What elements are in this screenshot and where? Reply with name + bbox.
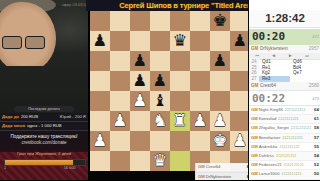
square-c7[interactable] (130, 31, 150, 51)
move-number: 27 (249, 76, 259, 82)
white-pawn-h2: ♟ (230, 131, 250, 151)
black-pawn-c6: ♟ (130, 51, 150, 71)
black-queen-e7: ♛ (170, 31, 190, 51)
white-pawn-a2: ♟ (90, 131, 110, 151)
standings-results: 1221121211 (279, 172, 301, 176)
black-clock-aux: 472 (312, 29, 319, 45)
donation-progress-bar (4, 159, 86, 166)
standings-score: 50 (314, 170, 320, 178)
square-a2[interactable]: ♟ (90, 131, 110, 151)
standings-player-name: Zhigalko_Sergei (259, 125, 289, 130)
square-d5[interactable]: ♟ (150, 71, 170, 91)
square-g4[interactable] (210, 91, 230, 111)
white-knight-d3: ♞ (150, 111, 170, 131)
glasses-right-lens (25, 36, 45, 49)
square-d2[interactable] (150, 131, 170, 151)
square-e6[interactable] (170, 51, 190, 71)
move-cell[interactable] (290, 76, 320, 82)
white-rook-e3: ♜ (170, 111, 190, 131)
square-e4[interactable] (170, 91, 190, 111)
square-e2[interactable] (170, 131, 190, 151)
standings-results: 2112121121 (282, 163, 304, 167)
standings-results: 2122121221 (276, 117, 299, 121)
white-clock: 00:22 473 (249, 90, 320, 106)
square-g3[interactable]: ♟ (210, 111, 230, 131)
square-c8[interactable] (130, 11, 150, 31)
square-c4[interactable]: ♟ (130, 91, 150, 111)
square-c2[interactable] (130, 131, 150, 151)
standings-results: 2121121212 (274, 154, 297, 158)
square-b5[interactable] (110, 71, 130, 91)
square-d8[interactable] (150, 11, 170, 31)
gm-badge: GM (249, 46, 260, 51)
standings-row[interactable]: GMKonevlad212212122161 (249, 115, 320, 124)
white-pawn-b3: ♟ (110, 111, 130, 131)
black-pawn-h7: ♟ (230, 31, 250, 51)
square-h8[interactable] (230, 11, 250, 31)
black-pawn-a7: ♟ (90, 31, 110, 51)
black-bishop-d4: ♝ (150, 91, 170, 111)
square-a1[interactable] (90, 151, 110, 171)
square-b8[interactable] (110, 11, 130, 31)
glasses (2, 36, 46, 47)
gm-badge: GM (249, 107, 259, 112)
black-clock: 00:20 472 (249, 29, 320, 45)
square-a5[interactable] (90, 71, 110, 91)
donation-1-label: Дядя ди (0, 114, 21, 119)
square-g8[interactable]: ♚ (210, 11, 230, 31)
square-c3[interactable] (130, 111, 150, 131)
gm-badge: GM (249, 83, 260, 88)
square-b2[interactable] (110, 131, 130, 151)
square-b1[interactable] (110, 151, 130, 171)
support-donate-link[interactable]: crestbook.com/donate (0, 140, 88, 146)
square-a4[interactable] (90, 91, 110, 111)
square-a3[interactable] (90, 111, 110, 131)
score-row-white: GMCrest64 8 (196, 163, 251, 173)
standings-score: 57 (314, 134, 320, 142)
webcam-timestamp: эфир 03.03.56 (46, 2, 88, 7)
white-clock-aux: 473 (312, 91, 319, 107)
donation-progress-fill (5, 160, 73, 165)
gm-badge: GM (196, 174, 206, 179)
standings-score: 61 (314, 115, 320, 123)
square-f3[interactable]: ♟ (190, 111, 210, 131)
move-row: 27Re3 (249, 76, 320, 82)
white-pawn-c4: ♟ (130, 91, 150, 111)
square-b6[interactable] (110, 51, 130, 71)
standings-score: 49 (314, 180, 320, 181)
square-d3[interactable]: ♞ (150, 111, 170, 131)
black-pawn-g6: ♟ (210, 51, 230, 71)
standings-results: 2121212211 (280, 136, 303, 140)
square-c5[interactable]: ♟ (130, 71, 150, 91)
progress-max-label: 56 000 (64, 166, 76, 170)
lichess-side-panel: 1:28:42 00:20 472 GMDrNykterstein 2957 ⏮… (248, 0, 320, 180)
square-a8[interactable] (90, 11, 110, 31)
standings-row[interactable]: GMBenefactorr212121221157 (249, 134, 320, 143)
standings-row[interactable]: GMFedoseev21211212112152 (249, 161, 320, 170)
standings-results: 2211221122 (289, 126, 311, 130)
black-player-name: DrNykterstein (260, 46, 288, 51)
stream-elapsed-time: 1:28:42 (249, 10, 320, 28)
standings-player-name: Konevlad (259, 116, 276, 121)
white-player-name: Crest64 (260, 83, 276, 88)
square-d1[interactable]: ♛ (150, 151, 170, 171)
square-d6[interactable] (150, 51, 170, 71)
player-name: DrNykterstein (206, 174, 231, 179)
black-king-g8: ♚ (210, 11, 230, 31)
standings-score: 55 (314, 143, 320, 151)
black-pawn-d5: ♟ (150, 71, 170, 91)
white-queen-d1: ♛ (150, 151, 170, 171)
square-h4[interactable] (230, 91, 250, 111)
standings-row[interactable]: GMDuhless212112121254 (249, 152, 320, 161)
standings-row[interactable]: GMAndreikka211221212155 (249, 143, 320, 152)
white-king-g2: ♚ (210, 131, 230, 151)
square-h7[interactable]: ♟ (230, 31, 250, 51)
square-f6[interactable] (190, 51, 210, 71)
square-g2[interactable]: ♚ (210, 131, 230, 151)
donation-1-right: Юрий - 200 R (60, 113, 88, 121)
square-f8[interactable] (190, 11, 210, 31)
match-score-overlay: GMCrest64 8 GMDrNykterstein 8 (195, 163, 251, 180)
player-name: Crest64 (206, 164, 221, 169)
square-g6[interactable]: ♟ (210, 51, 230, 71)
white-pawn-f3: ♟ (190, 111, 210, 131)
square-g7[interactable] (210, 31, 230, 51)
standings-score: 58 (314, 124, 320, 132)
square-f7[interactable] (190, 31, 210, 51)
square-h3[interactable] (230, 111, 250, 131)
standings-row[interactable]: GMLance5500122112121150 (249, 170, 320, 179)
standings-player-name: Benefactorr (259, 135, 281, 140)
gm-badge: GM (249, 144, 259, 149)
standings-score: 64 (314, 106, 320, 114)
move-list[interactable]: 24Qd1Qd625Re1Bd426Kg2Qe727Re3 (249, 59, 320, 82)
square-e3[interactable]: ♜ (170, 111, 190, 131)
standings-player-name: Duhless (259, 153, 274, 158)
white-player-rating: 2580 (309, 82, 320, 90)
square-d7[interactable] (150, 31, 170, 51)
square-e1[interactable] (170, 151, 190, 171)
square-b4[interactable] (110, 91, 130, 111)
gm-badge: GM (249, 171, 259, 176)
standings-results: 2221122212 (283, 108, 306, 112)
white-pawn-g3: ♟ (210, 111, 230, 131)
standings-player-name: Lance5500 (259, 171, 280, 176)
square-f5[interactable] (190, 71, 210, 91)
progress-min-label: 1 (4, 166, 6, 170)
campaign-line: Гран при Жеронимо, 6 дней (0, 151, 88, 156)
standings-row[interactable]: GMSanan_Sjugirov211121211249 (249, 180, 320, 181)
donation-2-text: курск - 1 000 RUB (27, 123, 61, 128)
donation-2-label: Дядя миша (0, 123, 27, 128)
donation-1-text: 200 RUB (21, 114, 38, 119)
square-e7[interactable]: ♛ (170, 31, 190, 51)
gm-badge: GM (249, 153, 259, 158)
gm-badge: GM (249, 116, 259, 121)
standings-player-name: Andreikka (259, 144, 278, 149)
standings-score: 54 (314, 152, 320, 160)
standings-results: 2112212121 (277, 145, 300, 149)
donation-row-2: Дядя мишакурск - 1 000 RUB (0, 122, 88, 131)
square-h5[interactable] (230, 71, 250, 91)
standings-row[interactable]: GMNight-King96222112221264 (249, 106, 320, 115)
black-player-rating: 2957 (309, 45, 320, 53)
gm-badge: GM (249, 135, 259, 140)
square-e8[interactable] (170, 11, 190, 31)
square-a7[interactable]: ♟ (90, 31, 110, 51)
tournament-standings[interactable]: GMNight-King96222112221264GMKonevlad2122… (249, 106, 320, 180)
square-a6[interactable] (90, 51, 110, 71)
gm-badge: GM (249, 162, 259, 167)
standings-player-name: Night-King96 (259, 107, 283, 112)
square-h2[interactable]: ♟ (230, 131, 250, 151)
donations-pill: Последние донаты (14, 106, 74, 112)
standings-player-name: Fedoseev21 (259, 162, 282, 167)
support-banner: Поддержите нашу трансляцию! crestbook.co… (0, 131, 88, 152)
square-c1[interactable] (130, 151, 150, 171)
stream-frame: эфир 03.03.56 Последние донаты Дядя ди20… (0, 0, 320, 180)
gm-badge: GM (196, 164, 206, 169)
square-e5[interactable] (170, 71, 190, 91)
square-d4[interactable]: ♝ (150, 91, 170, 111)
glasses-left-lens (2, 36, 22, 49)
standings-score: 52 (314, 161, 320, 169)
move-cell[interactable]: Re3 (259, 76, 290, 82)
chess-board[interactable]: ♚♟♛♟♟♟♟♟♟♝♟♞♜♟♟♟♚♟♛ (90, 11, 250, 171)
black-pawn-c5: ♟ (130, 71, 150, 91)
webcam-feed: эфир 03.03.56 Последние донаты Дядя ди20… (0, 0, 88, 180)
square-c6[interactable]: ♟ (130, 51, 150, 71)
square-b7[interactable] (110, 31, 130, 51)
square-b3[interactable]: ♟ (110, 111, 130, 131)
square-h6[interactable] (230, 51, 250, 71)
standings-row[interactable]: GMZhigalko_Sergei221122112258 (249, 124, 320, 133)
square-f2[interactable] (190, 131, 210, 151)
square-g5[interactable] (210, 71, 230, 91)
score-row-black: GMDrNykterstein 8 (196, 173, 251, 181)
square-f4[interactable] (190, 91, 210, 111)
gm-badge: GM (249, 125, 259, 130)
donation-row-1: Дядя ди200 RUB Юрий - 200 R (0, 113, 88, 122)
